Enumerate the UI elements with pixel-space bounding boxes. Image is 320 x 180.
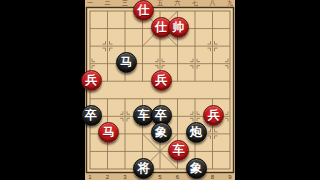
piece-red-soldier-2[interactable]: 兵 [151,70,172,91]
piece-black-horse[interactable]: 马 [116,52,137,73]
piece-red-advisor-1[interactable]: 仕 [133,0,154,21]
pillarbox-left [0,0,85,180]
piece-black-cannon[interactable]: 炮 [186,122,207,143]
piece-red-soldier-3[interactable]: 兵 [203,105,224,126]
video-frame: 一二三四五六七八九 123456789 仕仕帅马兵兵卒车卒兵马象炮车将象 [0,0,320,180]
piece-red-soldier-1[interactable]: 兵 [81,70,102,91]
piece-black-elephant-2[interactable]: 象 [186,158,207,179]
piece-red-general[interactable]: 帅 [168,17,189,38]
xiangqi-board[interactable]: 一二三四五六七八九 123456789 仕仕帅马兵兵卒车卒兵马象炮车将象 [85,0,235,180]
piece-black-elephant-1[interactable]: 象 [151,122,172,143]
piece-black-pawn-1[interactable]: 卒 [81,105,102,126]
piece-red-chariot[interactable]: 车 [168,140,189,161]
pillarbox-right [235,0,320,180]
piece-black-general[interactable]: 将 [133,158,154,179]
